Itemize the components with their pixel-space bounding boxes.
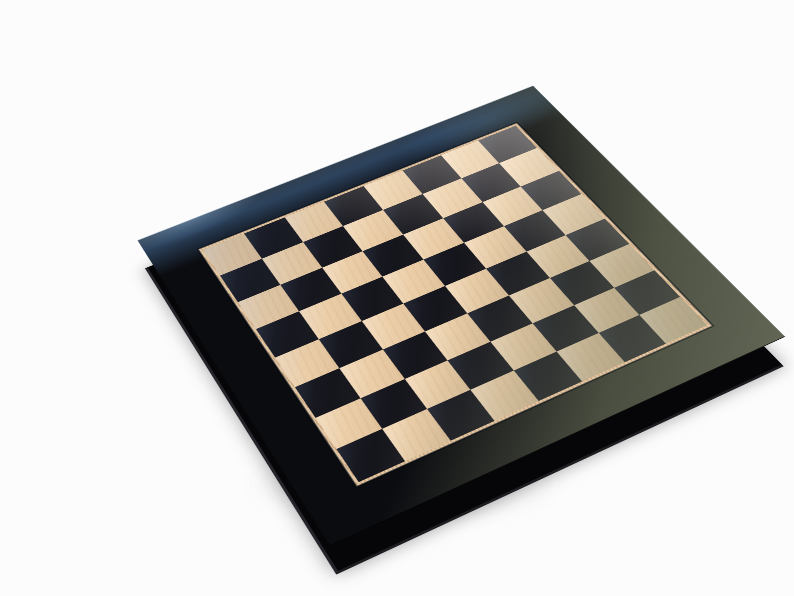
photo-background [0,0,794,596]
board-square [256,311,319,357]
board-square [509,278,574,323]
board-square [315,398,382,449]
board-square [275,339,339,387]
chessboard-scene [205,46,685,526]
board-square [532,305,598,352]
board-square [382,331,447,379]
board-square [295,368,360,417]
board-square [490,323,556,371]
board-square [614,270,680,315]
board-square [404,360,471,409]
chessboard [137,85,785,546]
board-square [514,352,582,401]
board-square [427,390,495,441]
board-square [403,286,467,331]
board-square [361,303,425,349]
board-square [425,313,490,360]
board-square [640,297,708,344]
board-square [557,333,625,381]
board-square [360,379,427,429]
board-square [339,350,404,399]
board-square [337,429,405,482]
board-square [598,315,666,362]
board-square [447,341,513,389]
board-square [471,371,539,421]
board-square [382,409,450,461]
board-square [319,321,383,368]
board-frame [137,85,785,546]
board-square [467,295,532,341]
board-square [573,287,639,333]
